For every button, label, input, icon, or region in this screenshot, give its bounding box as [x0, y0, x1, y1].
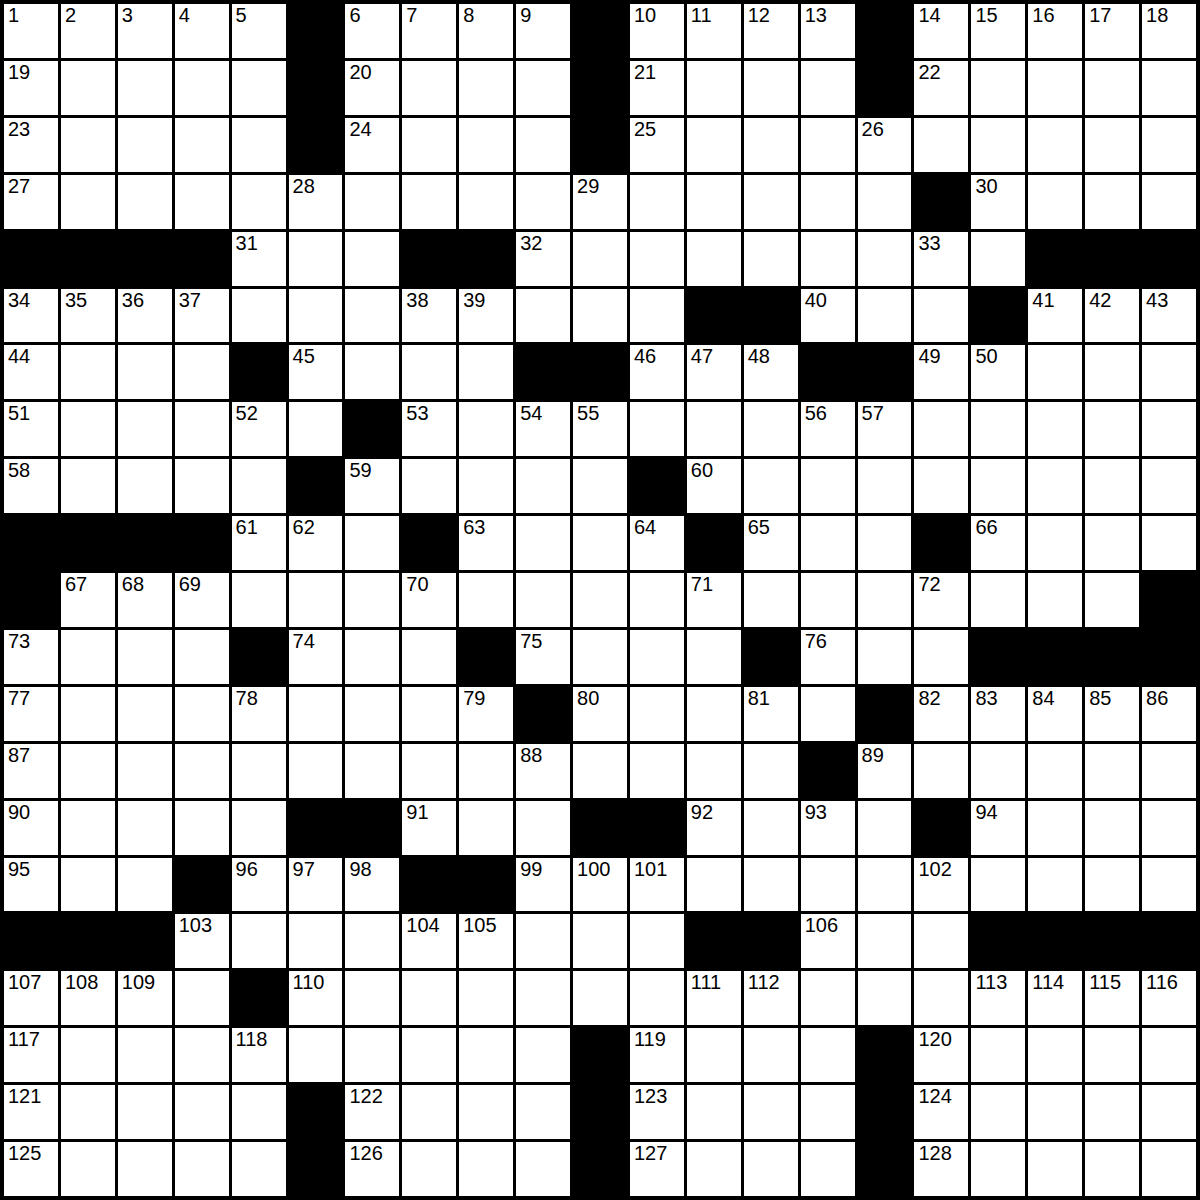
cell-0-20[interactable]: 18	[1142, 4, 1196, 58]
cell-18-14[interactable]	[801, 1028, 855, 1082]
cell-2-4[interactable]	[232, 118, 286, 172]
cell-12-4[interactable]: 78	[232, 687, 286, 741]
cell-7-0[interactable]: 51	[4, 402, 58, 456]
cell-10-16[interactable]: 72	[914, 573, 968, 627]
cell-11-0[interactable]: 73	[4, 630, 58, 684]
cell-17-5[interactable]: 110	[289, 971, 343, 1025]
cell-3-10[interactable]: 29	[573, 175, 627, 229]
cell-0-4[interactable]: 5	[232, 4, 286, 58]
cell-16-10[interactable]	[573, 914, 627, 968]
cell-7-5[interactable]	[289, 402, 343, 456]
cell-13-10[interactable]	[573, 744, 627, 798]
cell-1-19[interactable]	[1085, 61, 1139, 115]
cell-6-18[interactable]	[1028, 345, 1082, 399]
cell-11-10[interactable]	[573, 630, 627, 684]
cell-14-9[interactable]	[516, 801, 570, 855]
cell-8-6[interactable]: 59	[345, 459, 399, 513]
cell-1-14[interactable]	[801, 61, 855, 115]
cell-9-11[interactable]: 64	[630, 516, 684, 570]
cell-15-13[interactable]	[744, 858, 798, 912]
cell-10-11[interactable]	[630, 573, 684, 627]
cell-18-0[interactable]: 117	[4, 1028, 58, 1082]
cell-17-18[interactable]: 114	[1028, 971, 1082, 1025]
cell-7-20[interactable]	[1142, 402, 1196, 456]
cell-10-13[interactable]	[744, 573, 798, 627]
cell-6-11[interactable]: 46	[630, 345, 684, 399]
cell-14-4[interactable]	[232, 801, 286, 855]
cell-3-0[interactable]: 27	[4, 175, 58, 229]
cell-19-2[interactable]	[118, 1085, 172, 1139]
cell-9-15[interactable]	[858, 516, 912, 570]
cell-12-8[interactable]: 79	[459, 687, 513, 741]
cell-7-15[interactable]: 57	[858, 402, 912, 456]
cell-0-18[interactable]: 16	[1028, 4, 1082, 58]
cell-4-6[interactable]	[345, 232, 399, 286]
cell-9-5[interactable]: 62	[289, 516, 343, 570]
cell-9-9[interactable]	[516, 516, 570, 570]
cell-1-3[interactable]	[175, 61, 229, 115]
cell-19-7[interactable]	[402, 1085, 456, 1139]
cell-13-17[interactable]	[971, 744, 1025, 798]
cell-17-2[interactable]: 109	[118, 971, 172, 1025]
cell-0-7[interactable]: 7	[402, 4, 456, 58]
cell-17-8[interactable]	[459, 971, 513, 1025]
cell-20-9[interactable]	[516, 1142, 570, 1196]
cell-13-9[interactable]: 88	[516, 744, 570, 798]
cell-2-16[interactable]	[914, 118, 968, 172]
cell-0-12[interactable]: 11	[687, 4, 741, 58]
cell-8-9[interactable]	[516, 459, 570, 513]
cell-13-6[interactable]	[345, 744, 399, 798]
cell-7-7[interactable]: 53	[402, 402, 456, 456]
cell-18-8[interactable]	[459, 1028, 513, 1082]
cell-2-13[interactable]	[744, 118, 798, 172]
cell-10-19[interactable]	[1085, 573, 1139, 627]
cell-17-10[interactable]	[573, 971, 627, 1025]
cell-9-18[interactable]	[1028, 516, 1082, 570]
cell-11-1[interactable]	[61, 630, 115, 684]
cell-4-15[interactable]	[858, 232, 912, 286]
cell-20-17[interactable]	[971, 1142, 1025, 1196]
cell-12-18[interactable]: 84	[1028, 687, 1082, 741]
cell-10-4[interactable]	[232, 573, 286, 627]
cell-13-20[interactable]	[1142, 744, 1196, 798]
cell-5-15[interactable]	[858, 289, 912, 343]
cell-19-20[interactable]	[1142, 1085, 1196, 1139]
cell-19-6[interactable]: 122	[345, 1085, 399, 1139]
cell-19-3[interactable]	[175, 1085, 229, 1139]
cell-12-16[interactable]: 82	[914, 687, 968, 741]
cell-14-12[interactable]: 92	[687, 801, 741, 855]
cell-1-17[interactable]	[971, 61, 1025, 115]
cell-7-12[interactable]	[687, 402, 741, 456]
cell-3-11[interactable]	[630, 175, 684, 229]
cell-17-14[interactable]	[801, 971, 855, 1025]
cell-11-12[interactable]	[687, 630, 741, 684]
cell-6-7[interactable]	[402, 345, 456, 399]
cell-13-16[interactable]	[914, 744, 968, 798]
cell-11-15[interactable]	[858, 630, 912, 684]
cell-20-2[interactable]	[118, 1142, 172, 1196]
cell-18-6[interactable]	[345, 1028, 399, 1082]
cell-14-3[interactable]	[175, 801, 229, 855]
cell-17-20[interactable]: 116	[1142, 971, 1196, 1025]
cell-1-16[interactable]: 22	[914, 61, 968, 115]
cell-17-15[interactable]	[858, 971, 912, 1025]
cell-15-20[interactable]	[1142, 858, 1196, 912]
cell-18-5[interactable]	[289, 1028, 343, 1082]
cell-1-18[interactable]	[1028, 61, 1082, 115]
cell-8-16[interactable]	[914, 459, 968, 513]
cell-15-14[interactable]	[801, 858, 855, 912]
cell-4-16[interactable]: 33	[914, 232, 968, 286]
cell-0-1[interactable]: 2	[61, 4, 115, 58]
cell-1-1[interactable]	[61, 61, 115, 115]
cell-10-5[interactable]	[289, 573, 343, 627]
cell-4-11[interactable]	[630, 232, 684, 286]
cell-19-0[interactable]: 121	[4, 1085, 58, 1139]
cell-11-16[interactable]	[914, 630, 968, 684]
cell-12-13[interactable]: 81	[744, 687, 798, 741]
cell-5-20[interactable]: 43	[1142, 289, 1196, 343]
cell-20-6[interactable]: 126	[345, 1142, 399, 1196]
cell-1-9[interactable]	[516, 61, 570, 115]
cell-13-8[interactable]	[459, 744, 513, 798]
cell-12-2[interactable]	[118, 687, 172, 741]
cell-1-7[interactable]	[402, 61, 456, 115]
cell-17-1[interactable]: 108	[61, 971, 115, 1025]
cell-9-14[interactable]	[801, 516, 855, 570]
cell-20-8[interactable]	[459, 1142, 513, 1196]
cell-16-16[interactable]	[914, 914, 968, 968]
cell-9-4[interactable]: 61	[232, 516, 286, 570]
cell-11-5[interactable]: 74	[289, 630, 343, 684]
cell-3-2[interactable]	[118, 175, 172, 229]
cell-6-5[interactable]: 45	[289, 345, 343, 399]
cell-15-4[interactable]: 96	[232, 858, 286, 912]
cell-8-18[interactable]	[1028, 459, 1082, 513]
cell-20-1[interactable]	[61, 1142, 115, 1196]
cell-15-0[interactable]: 95	[4, 858, 58, 912]
cell-16-7[interactable]: 104	[402, 914, 456, 968]
cell-18-1[interactable]	[61, 1028, 115, 1082]
cell-20-7[interactable]	[402, 1142, 456, 1196]
cell-6-8[interactable]	[459, 345, 513, 399]
cell-14-0[interactable]: 90	[4, 801, 58, 855]
cell-18-2[interactable]	[118, 1028, 172, 1082]
cell-11-11[interactable]	[630, 630, 684, 684]
cell-20-20[interactable]	[1142, 1142, 1196, 1196]
cell-14-14[interactable]: 93	[801, 801, 855, 855]
cell-17-13[interactable]: 112	[744, 971, 798, 1025]
cell-3-19[interactable]	[1085, 175, 1139, 229]
cell-18-19[interactable]	[1085, 1028, 1139, 1082]
cell-11-2[interactable]	[118, 630, 172, 684]
cell-4-12[interactable]	[687, 232, 741, 286]
cell-5-3[interactable]: 37	[175, 289, 229, 343]
cell-9-19[interactable]	[1085, 516, 1139, 570]
cell-7-9[interactable]: 54	[516, 402, 570, 456]
cell-16-15[interactable]	[858, 914, 912, 968]
cell-17-9[interactable]	[516, 971, 570, 1025]
cell-18-11[interactable]: 119	[630, 1028, 684, 1082]
cell-14-19[interactable]	[1085, 801, 1139, 855]
cell-14-2[interactable]	[118, 801, 172, 855]
cell-4-17[interactable]	[971, 232, 1025, 286]
cell-3-6[interactable]	[345, 175, 399, 229]
cell-8-7[interactable]	[402, 459, 456, 513]
cell-15-19[interactable]	[1085, 858, 1139, 912]
cell-8-19[interactable]	[1085, 459, 1139, 513]
cell-3-9[interactable]	[516, 175, 570, 229]
cell-17-19[interactable]: 115	[1085, 971, 1139, 1025]
cell-12-1[interactable]	[61, 687, 115, 741]
cell-18-18[interactable]	[1028, 1028, 1082, 1082]
cell-15-17[interactable]	[971, 858, 1025, 912]
cell-8-10[interactable]	[573, 459, 627, 513]
cell-15-12[interactable]	[687, 858, 741, 912]
cell-14-1[interactable]	[61, 801, 115, 855]
cell-3-3[interactable]	[175, 175, 229, 229]
cell-18-16[interactable]: 120	[914, 1028, 968, 1082]
cell-19-17[interactable]	[971, 1085, 1025, 1139]
cell-19-18[interactable]	[1028, 1085, 1082, 1139]
cell-10-2[interactable]: 68	[118, 573, 172, 627]
cell-5-14[interactable]: 40	[801, 289, 855, 343]
cell-6-2[interactable]	[118, 345, 172, 399]
cell-4-10[interactable]	[573, 232, 627, 286]
cell-17-12[interactable]: 111	[687, 971, 741, 1025]
cell-14-7[interactable]: 91	[402, 801, 456, 855]
cell-17-11[interactable]	[630, 971, 684, 1025]
cell-10-10[interactable]	[573, 573, 627, 627]
cell-13-7[interactable]	[402, 744, 456, 798]
cell-12-20[interactable]: 86	[1142, 687, 1196, 741]
cell-2-19[interactable]	[1085, 118, 1139, 172]
cell-13-18[interactable]	[1028, 744, 1082, 798]
cell-17-17[interactable]: 113	[971, 971, 1025, 1025]
cell-0-11[interactable]: 10	[630, 4, 684, 58]
cell-8-4[interactable]	[232, 459, 286, 513]
cell-11-3[interactable]	[175, 630, 229, 684]
cell-19-4[interactable]	[232, 1085, 286, 1139]
cell-0-2[interactable]: 3	[118, 4, 172, 58]
cell-18-3[interactable]	[175, 1028, 229, 1082]
cell-5-11[interactable]	[630, 289, 684, 343]
cell-13-15[interactable]: 89	[858, 744, 912, 798]
cell-2-9[interactable]	[516, 118, 570, 172]
cell-7-16[interactable]	[914, 402, 968, 456]
cell-17-3[interactable]	[175, 971, 229, 1025]
cell-5-9[interactable]	[516, 289, 570, 343]
cell-5-16[interactable]	[914, 289, 968, 343]
cell-18-9[interactable]	[516, 1028, 570, 1082]
cell-3-8[interactable]	[459, 175, 513, 229]
cell-13-3[interactable]	[175, 744, 229, 798]
cell-9-6[interactable]	[345, 516, 399, 570]
cell-5-1[interactable]: 35	[61, 289, 115, 343]
cell-13-13[interactable]	[744, 744, 798, 798]
cell-14-13[interactable]	[744, 801, 798, 855]
cell-1-13[interactable]	[744, 61, 798, 115]
cell-11-7[interactable]	[402, 630, 456, 684]
cell-9-13[interactable]: 65	[744, 516, 798, 570]
cell-18-4[interactable]: 118	[232, 1028, 286, 1082]
cell-12-19[interactable]: 85	[1085, 687, 1139, 741]
cell-3-17[interactable]: 30	[971, 175, 1025, 229]
cell-4-9[interactable]: 32	[516, 232, 570, 286]
cell-10-14[interactable]	[801, 573, 855, 627]
cell-12-11[interactable]	[630, 687, 684, 741]
cell-8-8[interactable]	[459, 459, 513, 513]
cell-7-1[interactable]	[61, 402, 115, 456]
cell-13-1[interactable]	[61, 744, 115, 798]
cell-12-10[interactable]: 80	[573, 687, 627, 741]
cell-4-14[interactable]	[801, 232, 855, 286]
cell-8-17[interactable]	[971, 459, 1025, 513]
cell-2-3[interactable]	[175, 118, 229, 172]
cell-20-16[interactable]: 128	[914, 1142, 968, 1196]
cell-4-4[interactable]: 31	[232, 232, 286, 286]
cell-0-16[interactable]: 14	[914, 4, 968, 58]
cell-16-5[interactable]	[289, 914, 343, 968]
cell-7-14[interactable]: 56	[801, 402, 855, 456]
cell-3-13[interactable]	[744, 175, 798, 229]
cell-15-9[interactable]: 99	[516, 858, 570, 912]
cell-16-11[interactable]	[630, 914, 684, 968]
cell-2-18[interactable]	[1028, 118, 1082, 172]
cell-16-6[interactable]	[345, 914, 399, 968]
cell-2-6[interactable]: 24	[345, 118, 399, 172]
cell-12-3[interactable]	[175, 687, 229, 741]
cell-7-17[interactable]	[971, 402, 1025, 456]
cell-10-9[interactable]	[516, 573, 570, 627]
cell-16-3[interactable]: 103	[175, 914, 229, 968]
cell-15-5[interactable]: 97	[289, 858, 343, 912]
cell-7-2[interactable]	[118, 402, 172, 456]
cell-3-20[interactable]	[1142, 175, 1196, 229]
cell-3-4[interactable]	[232, 175, 286, 229]
cell-12-0[interactable]: 77	[4, 687, 58, 741]
cell-5-19[interactable]: 42	[1085, 289, 1139, 343]
cell-7-13[interactable]	[744, 402, 798, 456]
cell-2-20[interactable]	[1142, 118, 1196, 172]
cell-19-19[interactable]	[1085, 1085, 1139, 1139]
cell-15-6[interactable]: 98	[345, 858, 399, 912]
cell-3-18[interactable]	[1028, 175, 1082, 229]
cell-13-5[interactable]	[289, 744, 343, 798]
cell-20-18[interactable]	[1028, 1142, 1082, 1196]
cell-7-18[interactable]	[1028, 402, 1082, 456]
cell-14-8[interactable]	[459, 801, 513, 855]
cell-12-5[interactable]	[289, 687, 343, 741]
cell-13-11[interactable]	[630, 744, 684, 798]
cell-12-6[interactable]	[345, 687, 399, 741]
cell-18-7[interactable]	[402, 1028, 456, 1082]
cell-6-19[interactable]	[1085, 345, 1139, 399]
cell-11-14[interactable]: 76	[801, 630, 855, 684]
cell-13-2[interactable]	[118, 744, 172, 798]
cell-9-8[interactable]: 63	[459, 516, 513, 570]
cell-7-11[interactable]	[630, 402, 684, 456]
cell-8-3[interactable]	[175, 459, 229, 513]
cell-0-14[interactable]: 13	[801, 4, 855, 58]
cell-3-12[interactable]	[687, 175, 741, 229]
cell-0-13[interactable]: 12	[744, 4, 798, 58]
cell-10-6[interactable]	[345, 573, 399, 627]
cell-16-4[interactable]	[232, 914, 286, 968]
cell-8-1[interactable]	[61, 459, 115, 513]
cell-12-14[interactable]	[801, 687, 855, 741]
cell-5-2[interactable]: 36	[118, 289, 172, 343]
cell-6-20[interactable]	[1142, 345, 1196, 399]
cell-10-15[interactable]	[858, 573, 912, 627]
cell-5-5[interactable]	[289, 289, 343, 343]
cell-4-13[interactable]	[744, 232, 798, 286]
cell-8-0[interactable]: 58	[4, 459, 58, 513]
cell-18-17[interactable]	[971, 1028, 1025, 1082]
cell-20-13[interactable]	[744, 1142, 798, 1196]
cell-6-17[interactable]: 50	[971, 345, 1025, 399]
cell-19-12[interactable]	[687, 1085, 741, 1139]
cell-7-10[interactable]: 55	[573, 402, 627, 456]
cell-17-0[interactable]: 107	[4, 971, 58, 1025]
cell-1-2[interactable]	[118, 61, 172, 115]
cell-0-8[interactable]: 8	[459, 4, 513, 58]
cell-2-2[interactable]	[118, 118, 172, 172]
cell-6-0[interactable]: 44	[4, 345, 58, 399]
cell-6-12[interactable]: 47	[687, 345, 741, 399]
cell-14-20[interactable]	[1142, 801, 1196, 855]
cell-15-1[interactable]	[61, 858, 115, 912]
cell-15-10[interactable]: 100	[573, 858, 627, 912]
cell-7-19[interactable]	[1085, 402, 1139, 456]
cell-14-15[interactable]	[858, 801, 912, 855]
cell-0-0[interactable]: 1	[4, 4, 58, 58]
cell-7-3[interactable]	[175, 402, 229, 456]
cell-15-15[interactable]	[858, 858, 912, 912]
cell-10-3[interactable]: 69	[175, 573, 229, 627]
cell-1-11[interactable]: 21	[630, 61, 684, 115]
cell-1-20[interactable]	[1142, 61, 1196, 115]
cell-9-17[interactable]: 66	[971, 516, 1025, 570]
cell-2-14[interactable]	[801, 118, 855, 172]
cell-20-12[interactable]	[687, 1142, 741, 1196]
cell-6-3[interactable]	[175, 345, 229, 399]
cell-5-8[interactable]: 39	[459, 289, 513, 343]
cell-20-14[interactable]	[801, 1142, 855, 1196]
cell-10-17[interactable]	[971, 573, 1025, 627]
cell-12-12[interactable]	[687, 687, 741, 741]
cell-0-6[interactable]: 6	[345, 4, 399, 58]
cell-6-6[interactable]	[345, 345, 399, 399]
cell-1-6[interactable]: 20	[345, 61, 399, 115]
cell-13-4[interactable]	[232, 744, 286, 798]
cell-5-7[interactable]: 38	[402, 289, 456, 343]
cell-17-6[interactable]	[345, 971, 399, 1025]
cell-19-1[interactable]	[61, 1085, 115, 1139]
cell-16-14[interactable]: 106	[801, 914, 855, 968]
cell-5-0[interactable]: 34	[4, 289, 58, 343]
cell-15-11[interactable]: 101	[630, 858, 684, 912]
cell-8-15[interactable]	[858, 459, 912, 513]
cell-1-8[interactable]	[459, 61, 513, 115]
cell-6-13[interactable]: 48	[744, 345, 798, 399]
cell-2-17[interactable]	[971, 118, 1025, 172]
cell-8-14[interactable]	[801, 459, 855, 513]
cell-16-9[interactable]	[516, 914, 570, 968]
cell-7-4[interactable]: 52	[232, 402, 286, 456]
